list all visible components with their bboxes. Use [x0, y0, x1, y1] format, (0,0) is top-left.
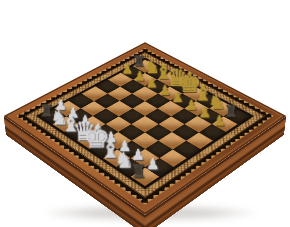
board-top-face: ♜♞♝♛♚♝♞♜♟♟♟♟♟♟♟♟♟♟♟♟♟♟♟♟♜♞♝♛♚♝♞♜: [4, 42, 287, 214]
chess-board-box: ♜♞♝♛♚♝♞♜♟♟♟♟♟♟♟♟♟♟♟♟♟♟♟♟♜♞♝♛♚♝♞♜: [4, 42, 287, 214]
piece-white-rook[interactable]: ♜: [122, 162, 155, 180]
scene-stage: ♜♞♝♛♚♝♞♜♟♟♟♟♟♟♟♟♟♟♟♟♟♟♟♟♜♞♝♛♚♝♞♜: [0, 0, 290, 227]
chess-set-product-photo: ♜♞♝♛♚♝♞♜♟♟♟♟♟♟♟♟♟♟♟♟♟♟♟♟♜♞♝♛♚♝♞♜: [0, 0, 290, 227]
piece-black-pawn[interactable]: ♟: [204, 113, 235, 127]
